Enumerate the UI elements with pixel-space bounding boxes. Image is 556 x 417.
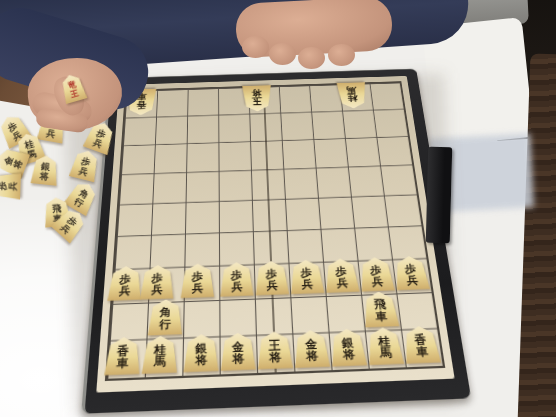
shogi-piece[interactable]: 竜 王 [59,72,88,104]
shogi-photo-scene: 香 車玉 将桂 馬歩 兵歩 兵歩 兵歩 兵歩 兵歩 兵歩 兵歩 兵歩 兵角 行飛… [0,0,556,417]
held-piece-layer: 竜 王 [0,0,556,417]
